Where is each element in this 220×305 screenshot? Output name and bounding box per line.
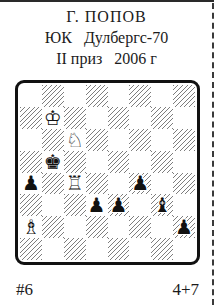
black-bishop: ♝ xyxy=(153,195,171,215)
white-rook: ♖ xyxy=(66,173,84,193)
problem-header: Г. ПОПОВ ЮК Дулбергс-70 II приз 2006 г xyxy=(0,6,213,69)
square-e5 xyxy=(108,151,130,173)
square-d3: ♟ xyxy=(86,194,108,216)
square-d5 xyxy=(86,151,108,173)
square-b7: ♔ xyxy=(42,107,64,129)
square-h6 xyxy=(173,129,195,151)
square-a7 xyxy=(20,107,42,129)
square-c6: ♘ xyxy=(64,129,86,151)
award-line: II приз 2006 г xyxy=(0,48,213,69)
square-a3 xyxy=(20,194,42,216)
black-pawn: ♟ xyxy=(175,217,193,237)
square-e1 xyxy=(108,238,130,260)
square-g3: ♝ xyxy=(151,194,173,216)
square-c3 xyxy=(64,194,86,216)
square-g4 xyxy=(151,173,173,195)
square-g7 xyxy=(151,107,173,129)
stipulation-mate-in-6: #6 xyxy=(16,280,33,300)
square-c4: ♖ xyxy=(64,173,86,195)
square-c8 xyxy=(64,85,86,107)
square-a8 xyxy=(20,85,42,107)
square-a5 xyxy=(20,151,42,173)
square-f2 xyxy=(129,216,151,238)
square-h2: ♟ xyxy=(173,216,195,238)
square-h5 xyxy=(173,151,195,173)
square-h3 xyxy=(173,194,195,216)
square-b1 xyxy=(42,238,64,260)
square-d2 xyxy=(86,216,108,238)
square-e8 xyxy=(108,85,130,107)
composer-name: Г. ПОПОВ xyxy=(0,6,213,27)
black-king: ♚ xyxy=(44,152,62,172)
square-h7 xyxy=(173,107,195,129)
black-pawn: ♟ xyxy=(131,173,149,193)
square-d7 xyxy=(86,107,108,129)
chessboard-grid: ♔♘♚♟♖♟♟♟♝♗♟ xyxy=(20,85,195,260)
square-e4 xyxy=(108,173,130,195)
square-f6 xyxy=(129,129,151,151)
material-count: 4+7 xyxy=(172,280,199,300)
square-e7 xyxy=(108,107,130,129)
square-d1 xyxy=(86,238,108,260)
square-b4 xyxy=(42,173,64,195)
chessboard: ♔♘♚♟♖♟♟♟♝♗♟ xyxy=(15,80,200,265)
square-f1 xyxy=(129,238,151,260)
black-pawn: ♟ xyxy=(88,195,106,215)
square-f7 xyxy=(129,107,151,129)
top-rule xyxy=(0,0,214,2)
square-c1 xyxy=(64,238,86,260)
square-c5 xyxy=(64,151,86,173)
square-b2 xyxy=(42,216,64,238)
square-b8 xyxy=(42,85,64,107)
square-c2 xyxy=(64,216,86,238)
square-e6 xyxy=(108,129,130,151)
square-d8 xyxy=(86,85,108,107)
square-h1 xyxy=(173,238,195,260)
white-king: ♔ xyxy=(44,108,62,128)
scanned-problem-card: Г. ПОПОВ ЮК Дулбергс-70 II приз 2006 г ♔… xyxy=(0,0,220,305)
square-g5 xyxy=(151,151,173,173)
square-b6 xyxy=(42,129,64,151)
square-g2 xyxy=(151,216,173,238)
problem-footer: #6 4+7 xyxy=(0,280,220,300)
white-knight: ♘ xyxy=(66,130,84,150)
square-h4 xyxy=(173,173,195,195)
square-a4: ♟ xyxy=(20,173,42,195)
square-f4: ♟ xyxy=(129,173,151,195)
square-a1 xyxy=(20,238,42,260)
square-h8 xyxy=(173,85,195,107)
square-b5: ♚ xyxy=(42,151,64,173)
square-g6 xyxy=(151,129,173,151)
square-g1 xyxy=(151,238,173,260)
square-e3: ♟ xyxy=(108,194,130,216)
black-pawn: ♟ xyxy=(109,195,127,215)
square-d4 xyxy=(86,173,108,195)
square-f8 xyxy=(129,85,151,107)
square-f5 xyxy=(129,151,151,173)
square-c7 xyxy=(64,107,86,129)
square-b3 xyxy=(42,194,64,216)
square-f3 xyxy=(129,194,151,216)
tourney-name: ЮК Дулбергс-70 xyxy=(0,27,213,48)
square-d6 xyxy=(86,129,108,151)
square-a6 xyxy=(20,129,42,151)
square-g8 xyxy=(151,85,173,107)
black-pawn: ♟ xyxy=(22,173,40,193)
white-bishop: ♗ xyxy=(22,217,40,237)
square-a2: ♗ xyxy=(20,216,42,238)
square-e2 xyxy=(108,216,130,238)
